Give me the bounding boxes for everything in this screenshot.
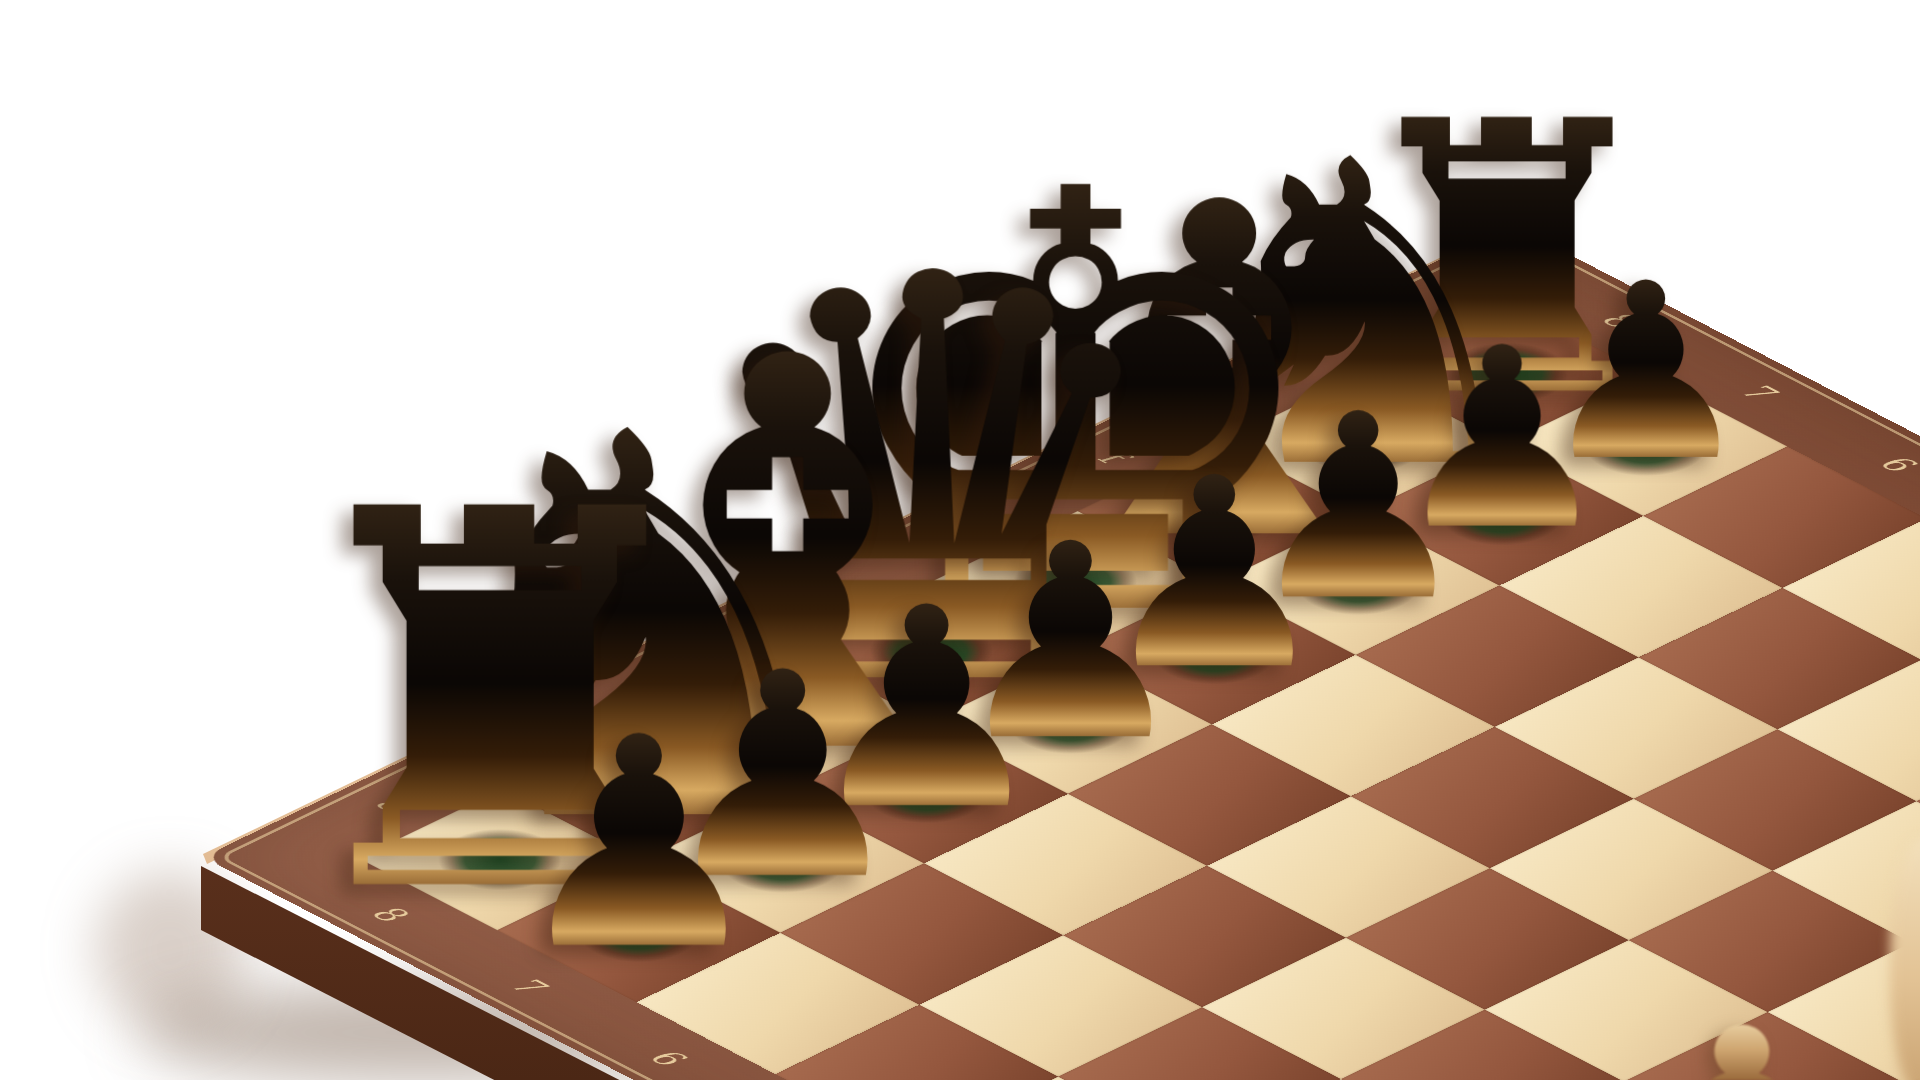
piece-white-pawn-partial[interactable]: ♟ <box>1587 984 1896 1080</box>
piece-black-pawn-a7[interactable]: ♟ <box>509 700 769 990</box>
scene: ♜♞♝♛♚♝♞♜♟♟♟♟♟♟♟♟ abcdefgh887766554433221… <box>0 0 1920 1080</box>
square-a7[interactable]: ♟ <box>497 861 780 1002</box>
board: ♜♞♝♛♚♝♞♜♟♟♟♟♟♟♟♟ abcdefgh887766554433221… <box>203 225 1920 1080</box>
square-f4[interactable] <box>1634 729 1917 870</box>
